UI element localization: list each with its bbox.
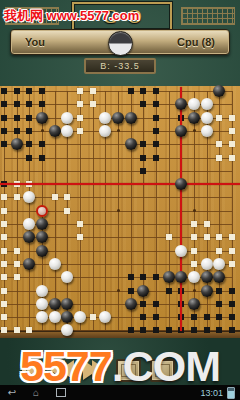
territory-marker-white (216, 248, 222, 254)
territory-marker-white (1, 274, 7, 280)
white-stone (49, 311, 61, 323)
territory-marker-white (14, 261, 20, 267)
territory-marker-black (229, 314, 235, 320)
territory-marker-black (128, 327, 134, 333)
white-stone (175, 245, 187, 257)
black-stone (11, 138, 23, 150)
territory-marker-white (1, 327, 7, 333)
recent-apps-button[interactable] (56, 388, 66, 397)
territory-marker-white (90, 88, 96, 94)
territory-marker-white (1, 208, 7, 214)
white-stone (201, 112, 213, 124)
black-stone (36, 245, 48, 257)
territory-marker-black (140, 327, 146, 333)
territory-marker-black (166, 327, 172, 333)
territory-marker-white (26, 327, 32, 333)
last-move-crosshair-v (180, 87, 182, 331)
black-stone (23, 258, 35, 270)
title-ornament-right (181, 7, 235, 25)
territory-marker-black (26, 141, 32, 147)
last-move-crosshair-h (0, 183, 240, 185)
clock: 13:01 (200, 388, 223, 398)
territory-marker-black (204, 314, 210, 320)
territory-marker-black (140, 301, 146, 307)
territory-marker-black (204, 327, 210, 333)
watermark-suffix: .COM (112, 342, 220, 390)
territory-marker-black (216, 301, 222, 307)
territory-marker-black (39, 88, 45, 94)
territory-marker-white (229, 248, 235, 254)
black-stone (36, 231, 48, 243)
territory-marker-white (191, 234, 197, 240)
black-stone (188, 112, 200, 124)
territory-marker-black (153, 155, 159, 161)
black-stone (201, 271, 213, 283)
watermark-number: 5577 (20, 342, 112, 390)
black-stone (36, 112, 48, 124)
player-right-label: Cpu (8) (177, 36, 215, 48)
white-stone (201, 98, 213, 110)
territory-marker-black (26, 128, 32, 134)
white-stone (61, 112, 73, 124)
territory-marker-white (204, 234, 210, 240)
score-plate: B: -33.5 (84, 58, 156, 74)
territory-marker-white (191, 221, 197, 227)
territory-marker-black (153, 141, 159, 147)
territory-marker-white (1, 194, 7, 200)
territory-marker-black (14, 88, 20, 94)
white-stone (201, 258, 213, 270)
territory-marker-black (1, 141, 7, 147)
territory-marker-black (153, 101, 159, 107)
territory-marker-black (1, 115, 7, 121)
territory-marker-black (14, 101, 20, 107)
territory-marker-white (166, 234, 172, 240)
territory-marker-black (26, 155, 32, 161)
white-stone (36, 311, 48, 323)
territory-marker-white (1, 221, 7, 227)
territory-marker-black (153, 115, 159, 121)
score-estimate: B: -33.5 (100, 61, 140, 71)
territory-marker-white (77, 101, 83, 107)
black-stone (125, 138, 137, 150)
white-stone (23, 218, 35, 230)
territory-marker-white (77, 88, 83, 94)
white-stone (99, 112, 111, 124)
territory-marker-white (216, 234, 222, 240)
player-left-label: You (25, 36, 45, 48)
territory-marker-white (14, 327, 20, 333)
territory-marker-white (14, 194, 20, 200)
territory-marker-black (140, 168, 146, 174)
black-stone (23, 231, 35, 243)
territory-marker-black (153, 301, 159, 307)
territory-marker-white (229, 261, 235, 267)
territory-marker-black (153, 88, 159, 94)
territory-marker-white (191, 261, 197, 267)
territory-marker-white (191, 248, 197, 254)
territory-marker-black (153, 128, 159, 134)
territory-marker-black (128, 88, 134, 94)
territory-marker-black (26, 115, 32, 121)
back-button[interactable]: ↩ (0, 385, 24, 400)
white-stone (49, 258, 61, 270)
go-board[interactable] (0, 86, 240, 332)
territory-marker-black (140, 101, 146, 107)
black-stone (61, 298, 73, 310)
black-stone (175, 125, 187, 137)
territory-marker-black (229, 288, 235, 294)
territory-marker-white (14, 274, 20, 280)
territory-marker-black (1, 128, 7, 134)
territory-marker-white (204, 221, 210, 227)
territory-marker-black (39, 155, 45, 161)
territory-marker-white (77, 221, 83, 227)
territory-marker-white (216, 141, 222, 147)
white-stone (99, 125, 111, 137)
black-stone (125, 298, 137, 310)
black-stone (188, 298, 200, 310)
territory-marker-white (216, 115, 222, 121)
territory-marker-black (140, 88, 146, 94)
black-stone (175, 98, 187, 110)
territory-marker-white (77, 234, 83, 240)
territory-marker-black (140, 141, 146, 147)
territory-marker-white (1, 301, 7, 307)
white-stone (201, 125, 213, 137)
white-stone (61, 125, 73, 137)
territory-marker-white (14, 248, 20, 254)
territory-marker-black (191, 327, 197, 333)
territory-marker-black (26, 88, 32, 94)
territory-marker-black (166, 288, 172, 294)
territory-marker-black (14, 128, 20, 134)
black-stone (49, 298, 61, 310)
black-stone (175, 271, 187, 283)
black-stone (175, 178, 187, 190)
territory-marker-black (1, 101, 7, 107)
territory-marker-white (229, 155, 235, 161)
black-stone (213, 85, 225, 97)
black-stone (61, 311, 73, 323)
white-stone (61, 271, 73, 283)
nav-status-area: 13:01 (200, 387, 240, 399)
watermark-top: 我机网 www.5577.com (4, 7, 139, 25)
white-stone (23, 191, 35, 203)
territory-marker-black (191, 314, 197, 320)
territory-marker-white (229, 115, 235, 121)
territory-marker-black (128, 288, 134, 294)
black-stone (163, 271, 175, 283)
territory-marker-black (39, 141, 45, 147)
territory-marker-white (90, 314, 96, 320)
territory-marker-white (77, 115, 83, 121)
white-stone (188, 98, 200, 110)
territory-marker-white (1, 234, 7, 240)
territory-marker-white (1, 248, 7, 254)
turn-indicator-ball (108, 31, 133, 56)
territory-marker-white (52, 194, 58, 200)
territory-marker-white (1, 314, 7, 320)
territory-marker-white (1, 288, 7, 294)
red-marked-stone (36, 205, 48, 217)
battery-icon (227, 387, 235, 399)
black-stone (213, 271, 225, 283)
white-stone (213, 258, 225, 270)
territory-marker-black (216, 314, 222, 320)
territory-marker-black (216, 288, 222, 294)
territory-marker-white (216, 155, 222, 161)
black-stone (49, 125, 61, 137)
white-stone (188, 271, 200, 283)
territory-marker-white (77, 128, 83, 134)
territory-marker-black (128, 274, 134, 280)
black-stone (137, 285, 149, 297)
territory-marker-white (90, 101, 96, 107)
territory-marker-black (229, 301, 235, 307)
territory-marker-black (140, 274, 146, 280)
white-stone (99, 311, 111, 323)
black-stone (36, 218, 48, 230)
territory-marker-black (14, 115, 20, 121)
territory-marker-black (1, 88, 7, 94)
white-stone (36, 285, 48, 297)
home-button[interactable]: ⌂ (24, 385, 48, 400)
territory-marker-white (1, 261, 7, 267)
black-stone (125, 112, 137, 124)
territory-marker-white (64, 194, 70, 200)
territory-marker-white (64, 208, 70, 214)
territory-marker-black (153, 314, 159, 320)
territory-marker-black (153, 274, 159, 280)
territory-marker-white (229, 141, 235, 147)
white-stone (74, 311, 86, 323)
territory-marker-black (216, 327, 222, 333)
territory-marker-black (153, 327, 159, 333)
white-stone (36, 298, 48, 310)
territory-marker-white (229, 234, 235, 240)
territory-marker-black (140, 155, 146, 161)
android-nav-bar: ↩ ⌂ 13:01 (0, 385, 240, 400)
territory-marker-black (229, 327, 235, 333)
app-screen: GO 我机网 www.5577.com You Cpu (8) B: -33.5… (0, 0, 240, 400)
black-stone (112, 112, 124, 124)
territory-marker-black (39, 101, 45, 107)
territory-marker-black (140, 314, 146, 320)
territory-marker-white (229, 128, 235, 134)
territory-marker-black (26, 101, 32, 107)
black-stone (201, 285, 213, 297)
